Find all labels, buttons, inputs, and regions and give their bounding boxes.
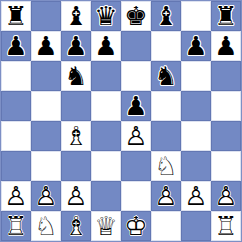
square-e4[interactable]: ♟♙ — [121, 121, 151, 151]
square-f2[interactable]: ♟♙ — [151, 181, 181, 211]
piece-glyph: ♖ — [4, 213, 27, 239]
square-g6[interactable] — [181, 61, 211, 91]
square-c6[interactable]: ♞ — [61, 61, 91, 91]
square-f8[interactable]: ♝ — [151, 1, 181, 31]
square-b1[interactable]: ♞♘ — [31, 211, 61, 241]
square-b8[interactable] — [31, 1, 61, 31]
piece-glyph: ♟ — [34, 33, 57, 59]
piece-glyph: ♗ — [64, 123, 87, 149]
piece-glyph: ♙ — [154, 183, 177, 209]
square-f1[interactable] — [151, 211, 181, 241]
square-h7[interactable]: ♟ — [211, 31, 241, 61]
piece-black-pawn[interactable]: ♟ — [31, 31, 61, 61]
square-b5[interactable] — [31, 91, 61, 121]
piece-black-knight[interactable]: ♞ — [61, 61, 91, 91]
piece-glyph: ♔ — [124, 213, 147, 239]
piece-white-pawn[interactable]: ♟♙ — [1, 181, 31, 211]
square-e6[interactable] — [121, 61, 151, 91]
piece-glyph: ♙ — [214, 183, 237, 209]
piece-black-pawn[interactable]: ♟ — [121, 91, 151, 121]
square-g1[interactable] — [181, 211, 211, 241]
square-f7[interactable] — [151, 31, 181, 61]
square-a2[interactable]: ♟♙ — [1, 181, 31, 211]
piece-black-pawn[interactable]: ♟ — [1, 31, 31, 61]
square-g3[interactable] — [181, 151, 211, 181]
chess-board: ♜♝♛♚♝♜♟♟♟♟♟♟♞♞♟♝♗♟♙♞♘♟♙♟♙♟♙♟♙♟♙♟♙♜♖♞♘♝♗♛… — [0, 0, 242, 242]
square-b3[interactable] — [31, 151, 61, 181]
piece-white-bishop[interactable]: ♝♗ — [61, 121, 91, 151]
square-a4[interactable] — [1, 121, 31, 151]
square-d2[interactable] — [91, 181, 121, 211]
square-h8[interactable]: ♜ — [211, 1, 241, 31]
square-e5[interactable]: ♟ — [121, 91, 151, 121]
square-d7[interactable]: ♟ — [91, 31, 121, 61]
square-c2[interactable]: ♟♙ — [61, 181, 91, 211]
piece-glyph: ♝ — [64, 3, 87, 29]
piece-white-pawn[interactable]: ♟♙ — [181, 181, 211, 211]
piece-black-bishop[interactable]: ♝ — [61, 1, 91, 31]
square-b7[interactable]: ♟ — [31, 31, 61, 61]
square-c4[interactable]: ♝♗ — [61, 121, 91, 151]
square-a3[interactable] — [1, 151, 31, 181]
piece-black-king[interactable]: ♚ — [121, 1, 151, 31]
square-h1[interactable]: ♜♖ — [211, 211, 241, 241]
square-c8[interactable]: ♝ — [61, 1, 91, 31]
square-h3[interactable] — [211, 151, 241, 181]
piece-glyph: ♟ — [124, 93, 147, 119]
piece-white-pawn[interactable]: ♟♙ — [121, 121, 151, 151]
piece-white-king[interactable]: ♚♔ — [121, 211, 151, 241]
piece-white-rook[interactable]: ♜♖ — [211, 211, 241, 241]
piece-white-pawn[interactable]: ♟♙ — [61, 181, 91, 211]
square-d3[interactable] — [91, 151, 121, 181]
square-g7[interactable]: ♟ — [181, 31, 211, 61]
piece-glyph: ♘ — [34, 213, 57, 239]
piece-white-pawn[interactable]: ♟♙ — [151, 181, 181, 211]
piece-white-bishop[interactable]: ♝♗ — [61, 211, 91, 241]
square-f4[interactable] — [151, 121, 181, 151]
square-a8[interactable]: ♜ — [1, 1, 31, 31]
square-a5[interactable] — [1, 91, 31, 121]
piece-glyph: ♟ — [4, 33, 27, 59]
piece-black-pawn[interactable]: ♟ — [211, 31, 241, 61]
square-e2[interactable] — [121, 181, 151, 211]
piece-glyph: ♟ — [94, 33, 117, 59]
piece-glyph: ♛ — [94, 3, 117, 29]
piece-glyph: ♝ — [154, 3, 177, 29]
piece-glyph: ♙ — [34, 183, 57, 209]
piece-glyph: ♕ — [94, 213, 117, 239]
square-c3[interactable] — [61, 151, 91, 181]
piece-glyph: ♞ — [64, 63, 87, 89]
square-b6[interactable] — [31, 61, 61, 91]
piece-white-knight[interactable]: ♞♘ — [31, 211, 61, 241]
square-e3[interactable] — [121, 151, 151, 181]
piece-glyph: ♟ — [64, 33, 87, 59]
square-d1[interactable]: ♛♕ — [91, 211, 121, 241]
square-c5[interactable] — [61, 91, 91, 121]
piece-glyph: ♟ — [184, 33, 207, 59]
square-h5[interactable] — [211, 91, 241, 121]
piece-black-pawn[interactable]: ♟ — [61, 31, 91, 61]
piece-white-pawn[interactable]: ♟♙ — [31, 181, 61, 211]
piece-glyph: ♙ — [4, 183, 27, 209]
piece-white-queen[interactable]: ♛♕ — [91, 211, 121, 241]
square-a7[interactable]: ♟ — [1, 31, 31, 61]
square-d5[interactable] — [91, 91, 121, 121]
square-c7[interactable]: ♟ — [61, 31, 91, 61]
square-g4[interactable] — [181, 121, 211, 151]
piece-black-bishop[interactable]: ♝ — [151, 1, 181, 31]
piece-glyph: ♚ — [124, 3, 147, 29]
square-g5[interactable] — [181, 91, 211, 121]
square-g8[interactable] — [181, 1, 211, 31]
piece-black-rook[interactable]: ♜ — [1, 1, 31, 31]
square-a1[interactable]: ♜♖ — [1, 211, 31, 241]
piece-white-knight[interactable]: ♞♘ — [151, 151, 181, 181]
piece-glyph: ♘ — [154, 153, 177, 179]
square-c1[interactable]: ♝♗ — [61, 211, 91, 241]
square-f3[interactable]: ♞♘ — [151, 151, 181, 181]
piece-black-pawn[interactable]: ♟ — [181, 31, 211, 61]
piece-glyph: ♙ — [124, 123, 147, 149]
piece-glyph: ♜ — [4, 3, 27, 29]
square-h2[interactable]: ♟♙ — [211, 181, 241, 211]
square-a6[interactable] — [1, 61, 31, 91]
square-e7[interactable] — [121, 31, 151, 61]
piece-glyph: ♗ — [64, 213, 87, 239]
square-g2[interactable]: ♟♙ — [181, 181, 211, 211]
piece-black-knight[interactable]: ♞ — [151, 61, 181, 91]
piece-glyph: ♖ — [214, 213, 237, 239]
piece-black-rook[interactable]: ♜ — [211, 1, 241, 31]
square-e1[interactable]: ♚♔ — [121, 211, 151, 241]
square-h6[interactable] — [211, 61, 241, 91]
square-e8[interactable]: ♚ — [121, 1, 151, 31]
piece-black-pawn[interactable]: ♟ — [91, 31, 121, 61]
piece-black-queen[interactable]: ♛ — [91, 1, 121, 31]
square-b4[interactable] — [31, 121, 61, 151]
square-d8[interactable]: ♛ — [91, 1, 121, 31]
square-h4[interactable] — [211, 121, 241, 151]
piece-glyph: ♜ — [214, 3, 237, 29]
square-f5[interactable] — [151, 91, 181, 121]
piece-glyph: ♟ — [214, 33, 237, 59]
piece-glyph: ♙ — [64, 183, 87, 209]
piece-glyph: ♙ — [184, 183, 207, 209]
piece-white-rook[interactable]: ♜♖ — [1, 211, 31, 241]
square-f6[interactable]: ♞ — [151, 61, 181, 91]
piece-white-pawn[interactable]: ♟♙ — [211, 181, 241, 211]
square-b2[interactable]: ♟♙ — [31, 181, 61, 211]
square-d4[interactable] — [91, 121, 121, 151]
square-d6[interactable] — [91, 61, 121, 91]
piece-glyph: ♞ — [154, 63, 177, 89]
